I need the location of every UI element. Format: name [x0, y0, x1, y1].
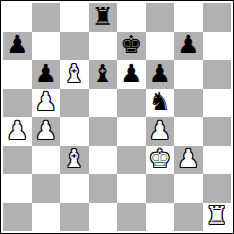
piece-black-pawn: ♟ [6, 32, 28, 57]
piece-white-king: ♚ [149, 146, 171, 171]
square-e5[interactable] [117, 89, 146, 118]
square-f1[interactable] [146, 203, 175, 232]
square-g6[interactable] [174, 60, 203, 89]
square-b2[interactable] [32, 174, 61, 203]
square-a2[interactable] [3, 174, 32, 203]
square-a6[interactable] [3, 60, 32, 89]
square-c2[interactable] [60, 174, 89, 203]
piece-white-pawn: ♟ [177, 146, 199, 171]
square-d1[interactable] [89, 203, 118, 232]
square-f6[interactable]: ♟ [146, 60, 175, 89]
square-f8[interactable] [146, 3, 175, 32]
piece-white-bishop: ♝ [63, 146, 85, 171]
piece-white-bishop: ♝ [63, 61, 85, 86]
square-h3[interactable] [203, 146, 232, 175]
piece-black-king: ♚ [120, 32, 142, 57]
square-h6[interactable] [203, 60, 232, 89]
piece-black-bishop: ♝ [92, 61, 114, 86]
square-d4[interactable] [89, 117, 118, 146]
square-b5[interactable]: ♟ [32, 89, 61, 118]
square-e8[interactable] [117, 3, 146, 32]
square-c8[interactable] [60, 3, 89, 32]
square-b6[interactable]: ♟ [32, 60, 61, 89]
chess-board: ♜♟♚♟♟♝♝♟♟♟♞♟♟♟♝♚♟♜ [3, 3, 231, 231]
square-d8[interactable]: ♜ [89, 3, 118, 32]
square-g1[interactable] [174, 203, 203, 232]
square-g7[interactable]: ♟ [174, 32, 203, 61]
square-e3[interactable] [117, 146, 146, 175]
square-a5[interactable] [3, 89, 32, 118]
square-f3[interactable]: ♚ [146, 146, 175, 175]
square-c3[interactable]: ♝ [60, 146, 89, 175]
piece-black-knight: ♞ [149, 89, 171, 114]
square-a8[interactable] [3, 3, 32, 32]
square-e4[interactable] [117, 117, 146, 146]
square-f4[interactable]: ♟ [146, 117, 175, 146]
square-b8[interactable] [32, 3, 61, 32]
square-c1[interactable] [60, 203, 89, 232]
square-h2[interactable] [203, 174, 232, 203]
square-h5[interactable] [203, 89, 232, 118]
piece-white-pawn: ♟ [35, 118, 57, 143]
square-c5[interactable] [60, 89, 89, 118]
piece-white-pawn: ♟ [6, 118, 28, 143]
square-e6[interactable]: ♟ [117, 60, 146, 89]
piece-black-pawn: ♟ [35, 61, 57, 86]
square-c6[interactable]: ♝ [60, 60, 89, 89]
square-e1[interactable] [117, 203, 146, 232]
square-c7[interactable] [60, 32, 89, 61]
square-b3[interactable] [32, 146, 61, 175]
square-d7[interactable] [89, 32, 118, 61]
square-b7[interactable] [32, 32, 61, 61]
square-d6[interactable]: ♝ [89, 60, 118, 89]
chess-board-frame: ♜♟♚♟♟♝♝♟♟♟♞♟♟♟♝♚♟♜ [0, 0, 234, 234]
square-d2[interactable] [89, 174, 118, 203]
square-h1[interactable]: ♜ [203, 203, 232, 232]
square-g4[interactable] [174, 117, 203, 146]
square-h4[interactable] [203, 117, 232, 146]
piece-black-pawn: ♟ [177, 32, 199, 57]
square-d5[interactable] [89, 89, 118, 118]
square-g2[interactable] [174, 174, 203, 203]
piece-black-pawn: ♟ [149, 61, 171, 86]
square-h7[interactable] [203, 32, 232, 61]
square-g8[interactable] [174, 3, 203, 32]
square-d3[interactable] [89, 146, 118, 175]
piece-black-pawn: ♟ [120, 61, 142, 86]
square-a3[interactable] [3, 146, 32, 175]
square-a7[interactable]: ♟ [3, 32, 32, 61]
square-f7[interactable] [146, 32, 175, 61]
square-f5[interactable]: ♞ [146, 89, 175, 118]
square-f2[interactable] [146, 174, 175, 203]
square-e7[interactable]: ♚ [117, 32, 146, 61]
square-g5[interactable] [174, 89, 203, 118]
square-c4[interactable] [60, 117, 89, 146]
square-e2[interactable] [117, 174, 146, 203]
piece-white-pawn: ♟ [149, 118, 171, 143]
square-h8[interactable] [203, 3, 232, 32]
square-a4[interactable]: ♟ [3, 117, 32, 146]
square-b4[interactable]: ♟ [32, 117, 61, 146]
square-b1[interactable] [32, 203, 61, 232]
square-a1[interactable] [3, 203, 32, 232]
square-g3[interactable]: ♟ [174, 146, 203, 175]
piece-white-pawn: ♟ [35, 89, 57, 114]
piece-black-rook: ♜ [92, 4, 114, 29]
piece-white-rook: ♜ [206, 203, 228, 228]
